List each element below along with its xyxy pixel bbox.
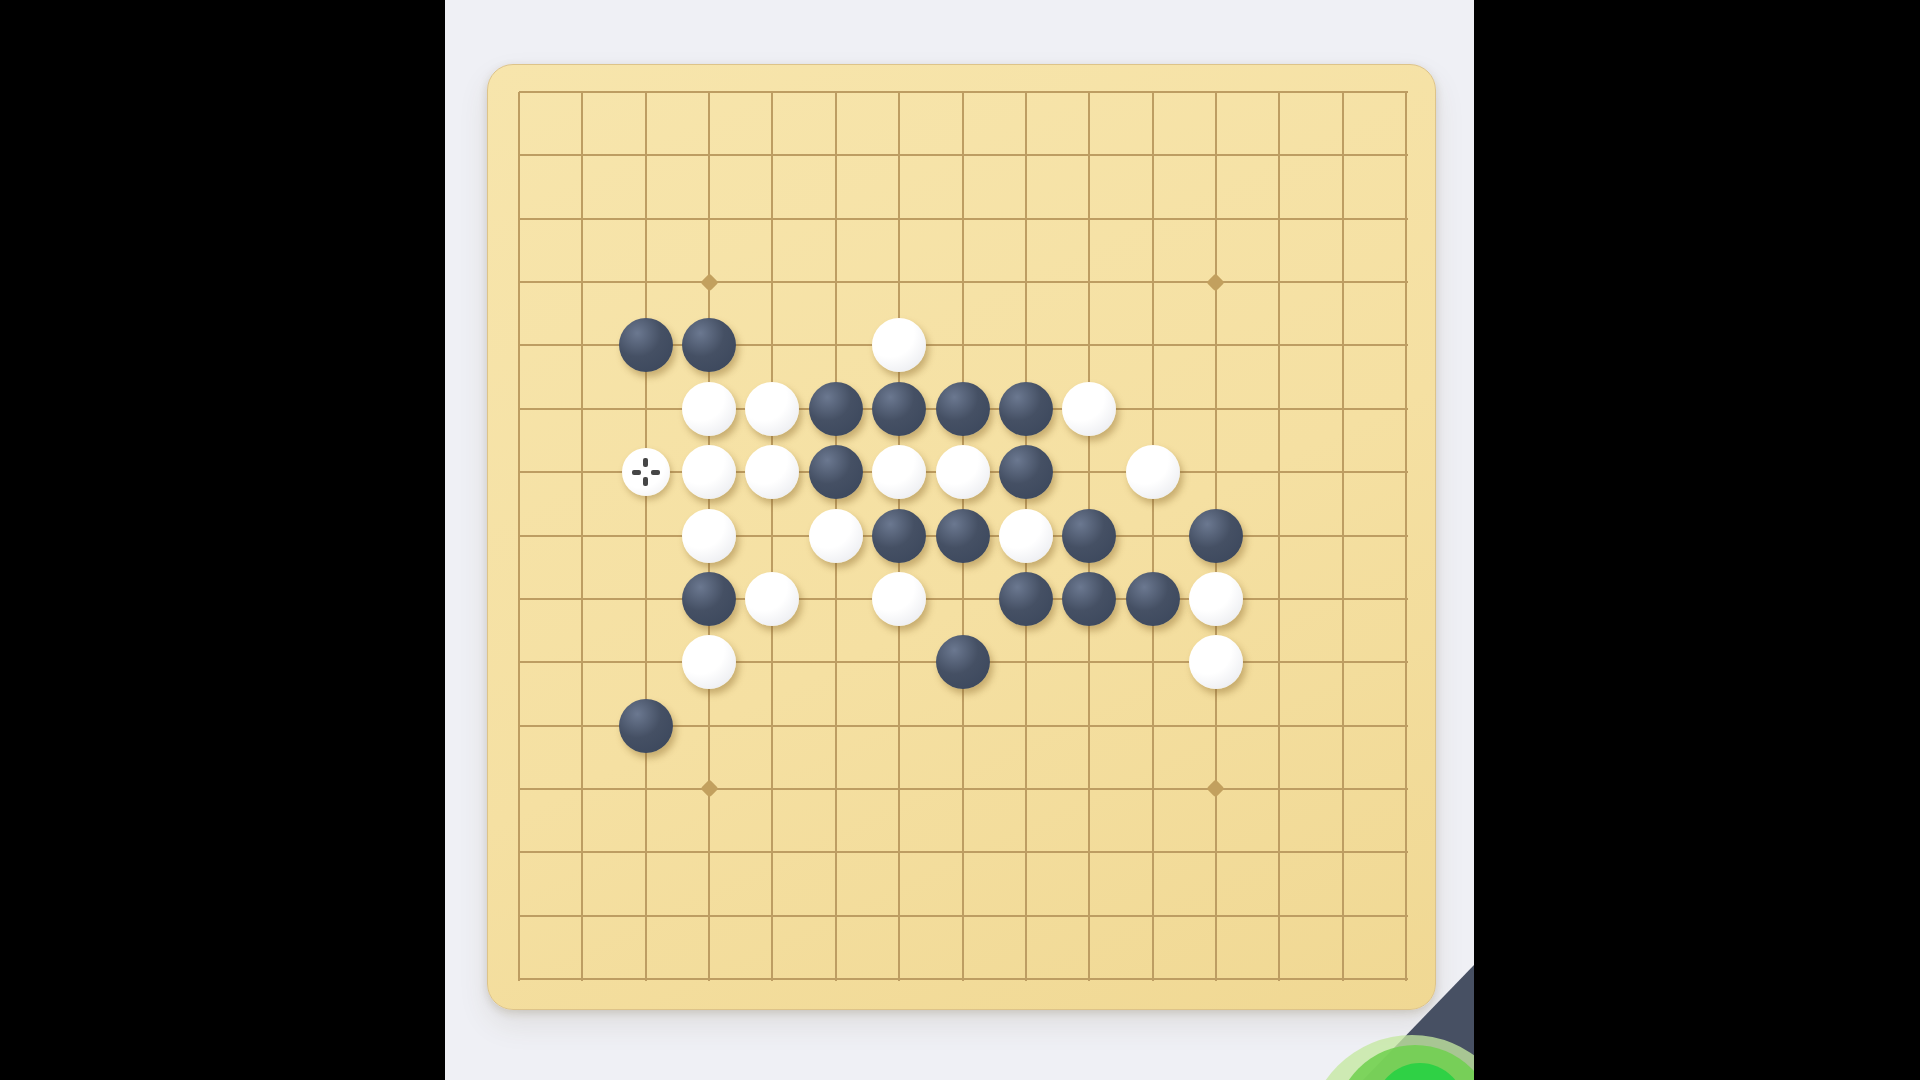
black-stone — [936, 509, 990, 563]
white-stone — [872, 445, 926, 499]
white-stone — [1189, 572, 1243, 626]
black-stone — [872, 509, 926, 563]
letterbox-left — [0, 0, 445, 1080]
white-stone — [1189, 635, 1243, 689]
black-stone — [999, 445, 1053, 499]
cursor-cross-icon — [632, 470, 641, 475]
black-stone — [1189, 509, 1243, 563]
grid-line-vertical — [581, 92, 583, 981]
white-stone — [745, 445, 799, 499]
go-board-grid[interactable] — [519, 92, 1406, 979]
white-stone — [872, 572, 926, 626]
cursor-cross-icon — [651, 470, 660, 475]
grid-line-vertical — [1152, 92, 1154, 981]
grid-line-vertical — [1405, 92, 1407, 981]
white-stone — [682, 635, 736, 689]
grid-line-horizontal — [519, 281, 1408, 283]
black-stone — [872, 382, 926, 436]
grid-line-horizontal — [519, 154, 1408, 156]
star-point — [1207, 780, 1225, 798]
white-stone — [936, 445, 990, 499]
move-cursor[interactable] — [622, 448, 670, 496]
star-point — [700, 273, 718, 291]
black-stone — [809, 382, 863, 436]
grid-line-horizontal — [519, 598, 1408, 600]
white-stone — [682, 509, 736, 563]
star-point — [1207, 273, 1225, 291]
black-stone — [936, 635, 990, 689]
black-stone — [1062, 509, 1116, 563]
grid-line-vertical — [518, 92, 520, 981]
white-stone — [682, 382, 736, 436]
black-stone — [999, 382, 1053, 436]
white-stone — [682, 445, 736, 499]
star-point — [700, 780, 718, 798]
grid-line-vertical — [1342, 92, 1344, 981]
white-stone — [745, 382, 799, 436]
grid-line-horizontal — [519, 851, 1408, 853]
gomoku-board[interactable] — [487, 64, 1436, 1010]
grid-line-horizontal — [519, 915, 1408, 917]
black-stone — [619, 699, 673, 753]
black-stone — [619, 318, 673, 372]
grid-line-vertical — [645, 92, 647, 981]
grid-line-horizontal — [519, 788, 1408, 790]
letterbox-right — [1474, 0, 1920, 1080]
white-stone — [809, 509, 863, 563]
white-stone — [1126, 445, 1180, 499]
black-stone — [1126, 572, 1180, 626]
white-stone — [745, 572, 799, 626]
cursor-cross-icon — [643, 458, 648, 467]
white-stone — [872, 318, 926, 372]
white-stone — [999, 509, 1053, 563]
black-stone — [682, 318, 736, 372]
black-stone — [682, 572, 736, 626]
grid-line-horizontal — [519, 218, 1408, 220]
grid-line-vertical — [1278, 92, 1280, 981]
app-stage — [445, 0, 1474, 1080]
white-stone — [1062, 382, 1116, 436]
black-stone — [1062, 572, 1116, 626]
black-stone — [809, 445, 863, 499]
grid-line-horizontal — [519, 978, 1408, 980]
grid-line-horizontal — [519, 91, 1408, 93]
grid-line-vertical — [771, 92, 773, 981]
cursor-cross-icon — [643, 477, 648, 486]
black-stone — [999, 572, 1053, 626]
black-stone — [936, 382, 990, 436]
